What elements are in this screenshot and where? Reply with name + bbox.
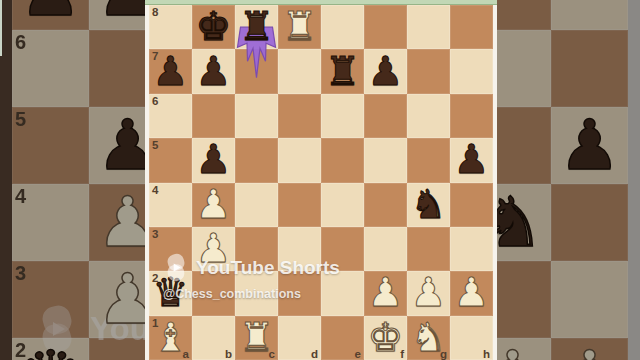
square-e7[interactable]: ♜ (321, 49, 364, 93)
piece-white-pawn[interactable]: ♟ (450, 271, 493, 315)
bg-square-h2: ♟ (551, 338, 628, 360)
square-g4[interactable]: ♞ (407, 183, 450, 227)
board-right-border (493, 5, 497, 360)
square-h3[interactable] (450, 227, 493, 271)
square-g7[interactable] (407, 49, 450, 93)
square-e6[interactable] (321, 94, 364, 138)
square-e8[interactable] (321, 5, 364, 49)
piece-black-rook[interactable]: ♜ (235, 5, 278, 49)
brand-text: YouTube Shorts (196, 257, 340, 279)
square-c8[interactable]: ♜ (235, 5, 278, 49)
file-label: e (355, 348, 361, 360)
square-a6[interactable]: 6 (149, 94, 192, 138)
piece-black-pawn[interactable]: ♟ (192, 49, 235, 93)
square-a5[interactable]: 5 (149, 138, 192, 182)
square-f6[interactable] (364, 94, 407, 138)
rank-label: 6 (15, 31, 26, 54)
square-g8[interactable] (407, 5, 450, 49)
file-label: g (440, 348, 447, 360)
chess-board: 8♚♜♜7♟♟♜♟65♟♟4♟♞3♟2♛♟♟♟1a♝bc♜def♚g♞h (149, 5, 493, 360)
background-gray-strip (628, 0, 640, 360)
piece-black-king[interactable]: ♚ (192, 5, 235, 49)
rank-label: 6 (152, 95, 158, 107)
rank-label: 2 (15, 339, 26, 360)
piece-white-pawn[interactable]: ♟ (407, 271, 450, 315)
square-g2[interactable]: ♟ (407, 271, 450, 315)
rank-label: 2 (152, 272, 158, 284)
square-a8[interactable]: 8 (149, 5, 192, 49)
bg-square-a7: 7♟ (12, 0, 89, 30)
bg-square-h6 (551, 30, 628, 107)
piece-black-pawn: ♟ (551, 107, 628, 184)
square-g3[interactable] (407, 227, 450, 271)
rank-label: 4 (152, 184, 158, 196)
square-b1[interactable]: b (192, 316, 235, 360)
square-h1[interactable]: h (450, 316, 493, 360)
square-a4[interactable]: 4 (149, 183, 192, 227)
square-d5[interactable] (278, 138, 321, 182)
shorts-watermark: YouTube Shorts (162, 252, 340, 283)
video-player[interactable]: 8♚♜♜7♟♟♜♟65♟♟4♟♞3♟2♛♟♟♟1a♝bc♜def♚g♞h You… (0, 0, 640, 360)
shorts-logo-icon (162, 252, 190, 283)
square-b4[interactable]: ♟ (192, 183, 235, 227)
square-f7[interactable]: ♟ (364, 49, 407, 93)
bg-square-a6: 6 (12, 30, 89, 107)
bg-square-h3 (551, 261, 628, 338)
rank-label: 1 (152, 317, 158, 329)
square-c7[interactable] (235, 49, 278, 93)
square-b5[interactable]: ♟ (192, 138, 235, 182)
file-label: f (400, 348, 404, 360)
square-c4[interactable] (235, 183, 278, 227)
piece-black-rook[interactable]: ♜ (321, 49, 364, 93)
square-f4[interactable] (364, 183, 407, 227)
square-d1[interactable]: d (278, 316, 321, 360)
square-c5[interactable] (235, 138, 278, 182)
square-d7[interactable] (278, 49, 321, 93)
file-label: d (311, 348, 318, 360)
rank-label: 5 (15, 108, 26, 131)
piece-black-pawn[interactable]: ♟ (192, 138, 235, 182)
bg-square-a4: 4 (12, 184, 89, 261)
square-b8[interactable]: ♚ (192, 5, 235, 49)
square-e4[interactable] (321, 183, 364, 227)
rank-label: 3 (152, 228, 158, 240)
square-a1[interactable]: 1a♝ (149, 316, 192, 360)
square-h2[interactable]: ♟ (450, 271, 493, 315)
bg-square-a2: 2♛ (12, 338, 89, 360)
square-f2[interactable]: ♟ (364, 271, 407, 315)
square-d4[interactable] (278, 183, 321, 227)
rank-label: 3 (15, 262, 26, 285)
rank-label: 4 (15, 185, 26, 208)
square-f3[interactable] (364, 227, 407, 271)
square-a7[interactable]: 7♟ (149, 49, 192, 93)
video-foreground: 8♚♜♜7♟♟♜♟65♟♟4♟♞3♟2♛♟♟♟1a♝bc♜def♚g♞h You… (145, 0, 497, 360)
bg-square-h4 (551, 184, 628, 261)
file-label: a (183, 348, 189, 360)
square-b6[interactable] (192, 94, 235, 138)
square-b7[interactable]: ♟ (192, 49, 235, 93)
piece-black-pawn[interactable]: ♟ (364, 49, 407, 93)
square-h5[interactable]: ♟ (450, 138, 493, 182)
square-f8[interactable] (364, 5, 407, 49)
square-h8[interactable] (450, 5, 493, 49)
rank-label: 5 (152, 139, 158, 151)
file-label: c (269, 348, 275, 360)
piece-black-knight[interactable]: ♞ (407, 183, 450, 227)
square-g1[interactable]: g♞ (407, 316, 450, 360)
rank-label: 7 (152, 50, 158, 62)
piece-white-rook[interactable]: ♜ (278, 5, 321, 49)
square-h7[interactable] (450, 49, 493, 93)
edge-artifact (0, 0, 2, 56)
piece-white-pawn[interactable]: ♟ (192, 183, 235, 227)
square-g5[interactable] (407, 138, 450, 182)
piece-white-pawn: ♟ (551, 338, 628, 360)
bg-square-h7 (551, 0, 628, 30)
square-e5[interactable] (321, 138, 364, 182)
piece-black-pawn: ♟ (12, 0, 89, 30)
bg-square-h5: ♟ (551, 107, 628, 184)
channel-handle: @Chess_combinations (163, 287, 301, 301)
square-f1[interactable]: f♚ (364, 316, 407, 360)
file-label: b (225, 348, 232, 360)
square-h4[interactable] (450, 183, 493, 227)
square-d6[interactable] (278, 94, 321, 138)
file-label: h (483, 348, 490, 360)
square-d8[interactable]: ♜ (278, 5, 321, 49)
piece-black-pawn[interactable]: ♟ (450, 138, 493, 182)
rank-label: 8 (152, 6, 158, 18)
square-c1[interactable]: c♜ (235, 316, 278, 360)
piece-white-pawn[interactable]: ♟ (364, 271, 407, 315)
square-c6[interactable] (235, 94, 278, 138)
square-e1[interactable]: e (321, 316, 364, 360)
square-f5[interactable] (364, 138, 407, 182)
square-h6[interactable] (450, 94, 493, 138)
square-g6[interactable] (407, 94, 450, 138)
bg-square-a5: 5 (12, 107, 89, 184)
